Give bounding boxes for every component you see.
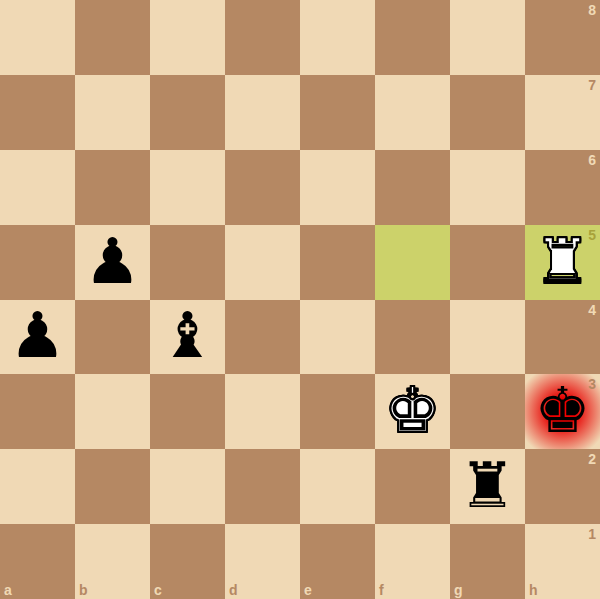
white-king[interactable]: ♚ <box>384 379 440 442</box>
coord-file-c: c <box>154 583 162 597</box>
black-pawn[interactable]: ♟ <box>84 230 140 293</box>
square-d4[interactable] <box>225 300 300 375</box>
square-c6[interactable] <box>150 150 225 225</box>
square-g3[interactable] <box>450 374 525 449</box>
square-e3[interactable] <box>300 374 375 449</box>
square-e5[interactable] <box>300 225 375 300</box>
coord-file-g: g <box>454 583 463 597</box>
black-bishop[interactable]: ♝ <box>159 304 215 367</box>
square-g5[interactable] <box>450 225 525 300</box>
white-rook[interactable]: ♜ <box>534 230 590 293</box>
square-b1[interactable]: b <box>75 524 150 599</box>
square-h5[interactable]: ♜5 <box>525 225 600 300</box>
square-g7[interactable] <box>450 75 525 150</box>
square-f3[interactable]: ♚ <box>375 374 450 449</box>
black-rook[interactable]: ♜ <box>459 454 515 517</box>
square-a7[interactable] <box>0 75 75 150</box>
square-c7[interactable] <box>150 75 225 150</box>
square-d3[interactable] <box>225 374 300 449</box>
black-pawn[interactable]: ♟ <box>9 304 65 367</box>
square-h8[interactable]: 8 <box>525 0 600 75</box>
square-f8[interactable] <box>375 0 450 75</box>
square-f2[interactable] <box>375 449 450 524</box>
square-h3[interactable]: ♚3 <box>525 374 600 449</box>
square-d2[interactable] <box>225 449 300 524</box>
coord-rank-4: 4 <box>588 303 596 317</box>
square-c4[interactable]: ♝ <box>150 300 225 375</box>
square-f1[interactable]: f <box>375 524 450 599</box>
coord-file-d: d <box>229 583 238 597</box>
square-a2[interactable] <box>0 449 75 524</box>
coord-file-e: e <box>304 583 312 597</box>
square-a6[interactable] <box>0 150 75 225</box>
square-e6[interactable] <box>300 150 375 225</box>
coord-file-b: b <box>79 583 88 597</box>
coord-file-a: a <box>4 583 12 597</box>
square-h2[interactable]: 2 <box>525 449 600 524</box>
square-g1[interactable]: g <box>450 524 525 599</box>
square-h1[interactable]: 1h <box>525 524 600 599</box>
square-e2[interactable] <box>300 449 375 524</box>
coord-rank-8: 8 <box>588 3 596 17</box>
black-king[interactable]: ♚ <box>534 379 590 442</box>
square-b7[interactable] <box>75 75 150 150</box>
square-d6[interactable] <box>225 150 300 225</box>
square-g4[interactable] <box>450 300 525 375</box>
square-a5[interactable] <box>0 225 75 300</box>
square-b5[interactable]: ♟ <box>75 225 150 300</box>
square-c2[interactable] <box>150 449 225 524</box>
square-c8[interactable] <box>150 0 225 75</box>
square-d8[interactable] <box>225 0 300 75</box>
square-a8[interactable] <box>0 0 75 75</box>
square-c1[interactable]: c <box>150 524 225 599</box>
coord-rank-1: 1 <box>588 527 596 541</box>
square-a1[interactable]: a <box>0 524 75 599</box>
square-e8[interactable] <box>300 0 375 75</box>
square-h6[interactable]: 6 <box>525 150 600 225</box>
square-a3[interactable] <box>0 374 75 449</box>
coord-rank-7: 7 <box>588 78 596 92</box>
square-b2[interactable] <box>75 449 150 524</box>
square-f7[interactable] <box>375 75 450 150</box>
square-a4[interactable]: ♟ <box>0 300 75 375</box>
coord-file-f: f <box>379 583 384 597</box>
square-b8[interactable] <box>75 0 150 75</box>
square-c3[interactable] <box>150 374 225 449</box>
coord-rank-5: 5 <box>588 228 596 242</box>
square-b6[interactable] <box>75 150 150 225</box>
coord-rank-2: 2 <box>588 452 596 466</box>
coord-file-h: h <box>529 583 538 597</box>
square-e7[interactable] <box>300 75 375 150</box>
square-e4[interactable] <box>300 300 375 375</box>
coord-rank-6: 6 <box>588 153 596 167</box>
square-d1[interactable]: d <box>225 524 300 599</box>
square-g2[interactable]: ♜ <box>450 449 525 524</box>
square-h7[interactable]: 7 <box>525 75 600 150</box>
square-g6[interactable] <box>450 150 525 225</box>
square-h4[interactable]: 4 <box>525 300 600 375</box>
square-c5[interactable] <box>150 225 225 300</box>
square-f5[interactable] <box>375 225 450 300</box>
square-f6[interactable] <box>375 150 450 225</box>
square-b3[interactable] <box>75 374 150 449</box>
square-d5[interactable] <box>225 225 300 300</box>
chess-board: 876♟♜5♟♝4♚♚3♜2abcdefg1h <box>0 0 600 599</box>
square-b4[interactable] <box>75 300 150 375</box>
square-d7[interactable] <box>225 75 300 150</box>
coord-rank-3: 3 <box>588 377 596 391</box>
square-g8[interactable] <box>450 0 525 75</box>
square-f4[interactable] <box>375 300 450 375</box>
square-e1[interactable]: e <box>300 524 375 599</box>
